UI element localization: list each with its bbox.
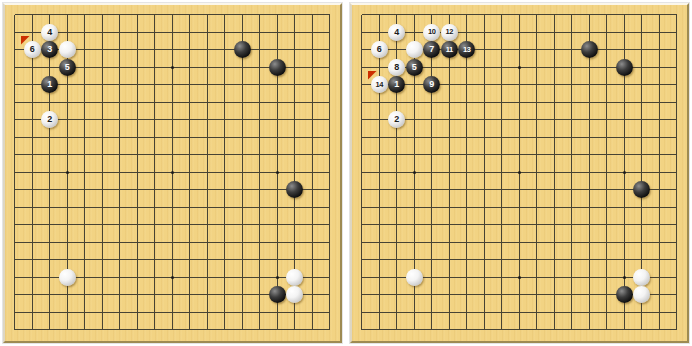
intersection — [269, 181, 287, 199]
move-number: 4 — [394, 28, 399, 37]
intersection — [546, 6, 564, 24]
intersection — [353, 269, 371, 287]
intersection — [441, 6, 459, 24]
intersection — [251, 216, 269, 234]
intersection — [388, 164, 406, 182]
star-point — [66, 171, 69, 174]
intersection — [6, 59, 24, 77]
intersection — [304, 76, 322, 94]
intersection — [146, 321, 164, 339]
intersection — [581, 24, 599, 42]
intersection — [633, 111, 651, 129]
intersection — [581, 251, 599, 269]
intersection — [181, 251, 199, 269]
intersection — [546, 129, 564, 147]
intersection — [129, 199, 147, 217]
black-stone: 7 — [423, 41, 440, 58]
intersection — [388, 216, 406, 234]
intersection — [146, 181, 164, 199]
intersection — [406, 181, 424, 199]
intersection — [59, 164, 77, 182]
intersection — [388, 94, 406, 112]
intersection — [511, 24, 529, 42]
intersection — [181, 94, 199, 112]
intersection — [6, 164, 24, 182]
intersection — [24, 304, 42, 322]
intersection — [94, 251, 112, 269]
intersection — [59, 111, 77, 129]
intersection — [304, 199, 322, 217]
intersection — [528, 6, 546, 24]
intersection — [371, 269, 389, 287]
intersection — [146, 41, 164, 59]
intersection — [234, 41, 252, 59]
intersection — [651, 146, 669, 164]
intersection — [216, 234, 234, 252]
intersection — [581, 269, 599, 287]
intersection — [234, 286, 252, 304]
intersection — [24, 181, 42, 199]
intersection — [353, 129, 371, 147]
intersection — [651, 111, 669, 129]
intersection — [511, 129, 529, 147]
intersection — [6, 216, 24, 234]
intersection — [216, 181, 234, 199]
intersection — [371, 216, 389, 234]
intersection — [651, 94, 669, 112]
intersection — [598, 129, 616, 147]
intersection — [304, 111, 322, 129]
intersection — [371, 234, 389, 252]
intersection — [476, 181, 494, 199]
intersection — [441, 164, 459, 182]
intersection — [181, 111, 199, 129]
intersection — [286, 304, 304, 322]
intersection — [59, 304, 77, 322]
intersection — [234, 234, 252, 252]
intersection — [353, 6, 371, 24]
intersection — [563, 234, 581, 252]
intersection: 13 — [458, 41, 476, 59]
intersection — [304, 321, 322, 339]
intersection — [304, 164, 322, 182]
intersection — [441, 76, 459, 94]
intersection — [546, 251, 564, 269]
move-number: 8 — [394, 63, 399, 72]
intersection — [94, 41, 112, 59]
intersection — [668, 146, 686, 164]
intersection — [59, 129, 77, 147]
intersection — [94, 111, 112, 129]
intersection — [94, 24, 112, 42]
intersection — [216, 286, 234, 304]
intersection — [181, 41, 199, 59]
intersection — [423, 269, 441, 287]
intersection — [129, 24, 147, 42]
move-number: 2 — [47, 115, 52, 124]
intersection — [269, 24, 287, 42]
intersection — [164, 41, 182, 59]
intersection — [251, 234, 269, 252]
intersection — [111, 164, 129, 182]
intersection — [76, 24, 94, 42]
intersection — [406, 251, 424, 269]
intersection — [528, 164, 546, 182]
intersection — [251, 59, 269, 77]
intersection — [286, 146, 304, 164]
intersection — [651, 24, 669, 42]
intersection — [94, 76, 112, 94]
intersection — [371, 181, 389, 199]
intersection — [199, 24, 217, 42]
intersection — [304, 94, 322, 112]
intersection — [304, 146, 322, 164]
intersection — [146, 6, 164, 24]
intersection — [41, 59, 59, 77]
intersection: 12 — [441, 24, 459, 42]
intersection — [563, 76, 581, 94]
intersection — [598, 41, 616, 59]
intersection — [111, 41, 129, 59]
intersection — [633, 234, 651, 252]
intersection — [651, 251, 669, 269]
intersection — [371, 6, 389, 24]
intersection — [668, 164, 686, 182]
intersection — [199, 6, 217, 24]
intersection — [129, 164, 147, 182]
intersection — [493, 286, 511, 304]
intersection — [546, 41, 564, 59]
intersection — [111, 269, 129, 287]
move-number: 12 — [445, 28, 453, 36]
intersection — [581, 76, 599, 94]
intersection — [528, 181, 546, 199]
intersection — [269, 321, 287, 339]
intersection — [321, 286, 339, 304]
intersection — [598, 269, 616, 287]
intersection — [129, 76, 147, 94]
intersection — [668, 59, 686, 77]
intersection: 9 — [423, 76, 441, 94]
intersection — [528, 146, 546, 164]
intersection — [423, 129, 441, 147]
intersection — [321, 164, 339, 182]
intersection — [511, 251, 529, 269]
intersection — [493, 321, 511, 339]
intersection — [598, 304, 616, 322]
intersection — [406, 6, 424, 24]
intersection — [563, 304, 581, 322]
intersection — [546, 304, 564, 322]
star-point — [276, 276, 279, 279]
intersection — [388, 304, 406, 322]
intersection — [146, 234, 164, 252]
intersection — [6, 129, 24, 147]
intersection — [668, 321, 686, 339]
move-number: 4 — [47, 28, 52, 37]
intersection — [269, 41, 287, 59]
intersection — [164, 216, 182, 234]
intersection — [6, 94, 24, 112]
intersection — [528, 286, 546, 304]
intersection — [528, 321, 546, 339]
intersection — [41, 304, 59, 322]
intersection — [94, 164, 112, 182]
intersection — [633, 164, 651, 182]
intersection — [129, 216, 147, 234]
intersection — [458, 321, 476, 339]
intersection — [528, 269, 546, 287]
intersection — [321, 321, 339, 339]
intersection — [181, 286, 199, 304]
intersection — [406, 269, 424, 287]
white-stone: 14 — [371, 76, 388, 93]
intersection — [581, 199, 599, 217]
move-number: 13 — [463, 46, 471, 54]
intersection — [164, 286, 182, 304]
intersection — [216, 304, 234, 322]
intersection — [164, 251, 182, 269]
intersection — [199, 234, 217, 252]
intersection — [476, 304, 494, 322]
intersection — [181, 6, 199, 24]
intersection — [234, 216, 252, 234]
intersection — [234, 199, 252, 217]
white-stone: 8 — [388, 59, 405, 76]
move-number: 11 — [446, 46, 453, 54]
intersection — [199, 41, 217, 59]
intersection — [581, 234, 599, 252]
intersection — [633, 216, 651, 234]
intersection — [511, 164, 529, 182]
intersection — [423, 59, 441, 77]
white-stone: 6 — [24, 41, 41, 58]
intersection — [24, 269, 42, 287]
intersection — [76, 129, 94, 147]
intersection — [633, 146, 651, 164]
intersection — [216, 41, 234, 59]
intersection — [458, 76, 476, 94]
intersection — [493, 146, 511, 164]
intersection — [199, 164, 217, 182]
intersection — [111, 234, 129, 252]
intersection — [528, 94, 546, 112]
intersection — [216, 76, 234, 94]
intersection — [199, 304, 217, 322]
intersection — [371, 146, 389, 164]
intersection — [321, 234, 339, 252]
intersection — [511, 199, 529, 217]
intersection — [216, 269, 234, 287]
intersection — [371, 321, 389, 339]
intersection — [563, 41, 581, 59]
intersection — [164, 146, 182, 164]
move-number: 1 — [47, 80, 52, 89]
white-stone — [633, 286, 650, 303]
intersection — [581, 146, 599, 164]
intersection — [286, 111, 304, 129]
intersection — [458, 59, 476, 77]
intersection — [598, 24, 616, 42]
intersection — [24, 146, 42, 164]
intersection — [598, 6, 616, 24]
intersection — [493, 216, 511, 234]
intersection — [511, 76, 529, 94]
intersection — [493, 59, 511, 77]
intersection — [269, 146, 287, 164]
move-number: 7 — [429, 45, 434, 54]
intersection — [458, 251, 476, 269]
intersection — [668, 269, 686, 287]
intersection — [59, 321, 77, 339]
intersection — [251, 251, 269, 269]
intersection — [633, 94, 651, 112]
intersection — [581, 216, 599, 234]
intersection — [423, 199, 441, 217]
intersection — [563, 251, 581, 269]
intersection — [216, 94, 234, 112]
intersection — [563, 286, 581, 304]
intersection — [423, 286, 441, 304]
intersection — [633, 59, 651, 77]
black-stone — [581, 41, 598, 58]
intersection — [633, 129, 651, 147]
intersection — [199, 129, 217, 147]
intersection — [476, 199, 494, 217]
intersection — [199, 286, 217, 304]
intersection — [441, 216, 459, 234]
intersection — [598, 234, 616, 252]
intersection — [598, 181, 616, 199]
intersection — [76, 269, 94, 287]
intersection — [94, 234, 112, 252]
intersection — [181, 216, 199, 234]
black-stone: 5 — [406, 59, 423, 76]
intersection — [286, 199, 304, 217]
intersection — [111, 76, 129, 94]
intersection — [476, 251, 494, 269]
intersection — [6, 181, 24, 199]
intersection — [181, 24, 199, 42]
intersection — [76, 76, 94, 94]
intersection — [458, 94, 476, 112]
intersection — [616, 269, 634, 287]
intersection — [94, 181, 112, 199]
intersection — [476, 6, 494, 24]
intersection — [164, 111, 182, 129]
intersection — [493, 234, 511, 252]
intersection — [59, 41, 77, 59]
intersection — [111, 199, 129, 217]
intersection — [286, 234, 304, 252]
intersection — [581, 164, 599, 182]
intersection — [651, 286, 669, 304]
intersection — [269, 216, 287, 234]
intersection — [668, 234, 686, 252]
intersection — [269, 76, 287, 94]
intersection — [388, 129, 406, 147]
intersection — [24, 321, 42, 339]
diagram-1-panel: 463512 — [3, 3, 342, 343]
intersection — [216, 164, 234, 182]
intersection — [528, 251, 546, 269]
intersection — [598, 251, 616, 269]
intersection — [234, 146, 252, 164]
intersection — [6, 146, 24, 164]
intersection — [651, 76, 669, 94]
intersection — [476, 321, 494, 339]
intersection — [563, 146, 581, 164]
white-stone — [286, 269, 303, 286]
intersection — [199, 251, 217, 269]
intersection — [94, 129, 112, 147]
black-stone: 5 — [59, 59, 76, 76]
intersection — [511, 234, 529, 252]
intersection — [304, 181, 322, 199]
star-point — [518, 276, 521, 279]
intersection — [181, 321, 199, 339]
intersection — [616, 76, 634, 94]
intersection — [668, 111, 686, 129]
intersection — [546, 234, 564, 252]
move-number: 3 — [47, 45, 52, 54]
intersection — [76, 164, 94, 182]
intersection — [388, 6, 406, 24]
intersection — [41, 234, 59, 252]
intersection — [59, 234, 77, 252]
intersection — [668, 24, 686, 42]
intersection — [111, 216, 129, 234]
intersection — [76, 234, 94, 252]
intersection — [94, 304, 112, 322]
intersection — [458, 146, 476, 164]
intersection — [129, 111, 147, 129]
intersection — [598, 59, 616, 77]
white-stone — [406, 41, 423, 58]
move-number: 10 — [428, 28, 436, 36]
star-point — [518, 171, 521, 174]
intersection — [234, 129, 252, 147]
black-stone — [269, 286, 286, 303]
intersection — [353, 304, 371, 322]
intersection — [59, 199, 77, 217]
intersection — [371, 164, 389, 182]
intersection — [111, 304, 129, 322]
intersection — [59, 146, 77, 164]
intersection — [129, 59, 147, 77]
intersection — [234, 94, 252, 112]
intersection — [458, 181, 476, 199]
intersection — [41, 146, 59, 164]
intersection — [563, 111, 581, 129]
intersection — [581, 111, 599, 129]
intersection — [353, 146, 371, 164]
intersection — [146, 164, 164, 182]
intersection — [476, 24, 494, 42]
intersection: 3 — [41, 41, 59, 59]
intersection — [24, 234, 42, 252]
intersection — [41, 164, 59, 182]
intersection — [76, 216, 94, 234]
intersection — [633, 321, 651, 339]
intersection — [406, 304, 424, 322]
intersection — [129, 41, 147, 59]
white-stone — [59, 41, 76, 58]
intersection — [423, 234, 441, 252]
intersection — [651, 129, 669, 147]
intersection: 4 — [41, 24, 59, 42]
intersection — [321, 146, 339, 164]
